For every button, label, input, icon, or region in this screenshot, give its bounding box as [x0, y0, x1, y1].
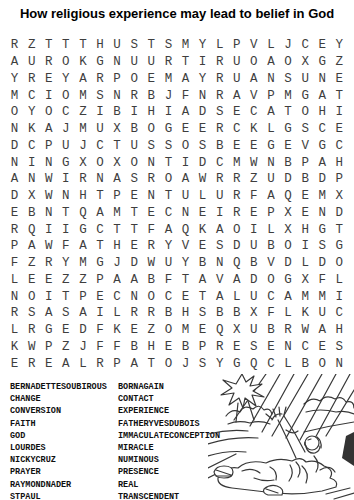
grid-cell-r16c7[interactable]: C: [109, 288, 126, 305]
grid-cell-r8c18[interactable]: P: [297, 154, 314, 171]
grid-cell-r7c16[interactable]: G: [262, 138, 279, 155]
grid-cell-r20c12[interactable]: S: [194, 355, 211, 372]
grid-cell-r18c2[interactable]: R: [23, 322, 40, 339]
grid-cell-r1c17[interactable]: J: [280, 37, 297, 54]
grid-cell-r1c7[interactable]: U: [109, 37, 126, 54]
grid-cell-r10c16[interactable]: A: [262, 188, 279, 205]
grid-cell-r2c9[interactable]: U: [143, 54, 160, 71]
grid-cell-r9c3[interactable]: W: [40, 171, 57, 188]
grid-cell-r9c14[interactable]: R: [228, 171, 245, 188]
grid-cell-r5c15[interactable]: C: [245, 104, 262, 121]
grid-cell-r10c7[interactable]: P: [109, 188, 126, 205]
grid-cell-r4c12[interactable]: N: [194, 87, 211, 104]
grid-cell-r13c20[interactable]: G: [331, 238, 348, 255]
grid-cell-r17c15[interactable]: X: [245, 305, 262, 322]
grid-cell-r3c1[interactable]: Y: [6, 71, 23, 88]
grid-cell-r15c17[interactable]: G: [280, 272, 297, 289]
grid-cell-r4c8[interactable]: R: [126, 87, 143, 104]
grid-cell-r18c5[interactable]: D: [74, 322, 91, 339]
grid-cell-r6c7[interactable]: X: [109, 121, 126, 138]
grid-cell-r14c3[interactable]: R: [40, 255, 57, 272]
grid-cell-r6c6[interactable]: U: [91, 121, 108, 138]
grid-cell-r19c10[interactable]: E: [160, 339, 177, 356]
grid-cell-r20c6[interactable]: R: [91, 355, 108, 372]
grid-cell-r12c12[interactable]: K: [194, 221, 211, 238]
grid-cell-r10c2[interactable]: X: [23, 188, 40, 205]
grid-cell-r3c10[interactable]: M: [160, 71, 177, 88]
grid-cell-r16c20[interactable]: I: [331, 288, 348, 305]
grid-cell-r20c15[interactable]: Q: [245, 355, 262, 372]
grid-cell-r17c17[interactable]: L: [280, 305, 297, 322]
grid-cell-r9c6[interactable]: N: [91, 171, 108, 188]
grid-cell-r7c19[interactable]: G: [314, 138, 331, 155]
grid-cell-r12c18[interactable]: H: [297, 221, 314, 238]
grid-cell-r10c6[interactable]: T: [91, 188, 108, 205]
grid-cell-r6c9[interactable]: O: [143, 121, 160, 138]
grid-cell-r2c13[interactable]: R: [211, 54, 228, 71]
grid-cell-r20c1[interactable]: E: [6, 355, 23, 372]
grid-cell-r1c9[interactable]: T: [143, 37, 160, 54]
grid-cell-r19c20[interactable]: S: [331, 339, 348, 356]
grid-cell-r15c11[interactable]: T: [177, 272, 194, 289]
grid-cell-r7c18[interactable]: V: [297, 138, 314, 155]
grid-cell-r9c11[interactable]: A: [177, 171, 194, 188]
grid-cell-r13c3[interactable]: W: [40, 238, 57, 255]
grid-cell-r17c19[interactable]: U: [314, 305, 331, 322]
grid-cell-r19c15[interactable]: S: [245, 339, 262, 356]
grid-cell-r1c3[interactable]: T: [40, 37, 57, 54]
grid-cell-r20c13[interactable]: Y: [211, 355, 228, 372]
grid-cell-r4c2[interactable]: C: [23, 87, 40, 104]
grid-cell-r12c19[interactable]: G: [314, 221, 331, 238]
grid-cell-r13c16[interactable]: B: [262, 238, 279, 255]
grid-cell-r9c9[interactable]: R: [143, 171, 160, 188]
grid-cell-r18c7[interactable]: K: [109, 322, 126, 339]
grid-cell-r3c20[interactable]: E: [331, 71, 348, 88]
grid-cell-r5c7[interactable]: B: [109, 104, 126, 121]
grid-cell-r6c19[interactable]: C: [314, 121, 331, 138]
grid-cell-r9c20[interactable]: P: [331, 171, 348, 188]
grid-cell-r7c7[interactable]: T: [109, 138, 126, 155]
grid-cell-r3c15[interactable]: A: [245, 71, 262, 88]
grid-cell-r18c15[interactable]: U: [245, 322, 262, 339]
grid-cell-r16c15[interactable]: U: [245, 288, 262, 305]
grid-cell-r15c1[interactable]: L: [6, 272, 23, 289]
grid-cell-r10c18[interactable]: E: [297, 188, 314, 205]
grid-cell-r5c4[interactable]: C: [57, 104, 74, 121]
grid-cell-r18c20[interactable]: H: [331, 322, 348, 339]
grid-cell-r9c8[interactable]: S: [126, 171, 143, 188]
grid-cell-r2c4[interactable]: O: [57, 54, 74, 71]
grid-cell-r19c2[interactable]: W: [23, 339, 40, 356]
grid-cell-r17c5[interactable]: A: [74, 305, 91, 322]
grid-cell-r2c17[interactable]: O: [280, 54, 297, 71]
grid-cell-r12c14[interactable]: O: [228, 221, 245, 238]
grid-cell-r8c16[interactable]: N: [262, 154, 279, 171]
grid-cell-r2c15[interactable]: O: [245, 54, 262, 71]
grid-cell-r19c8[interactable]: B: [126, 339, 143, 356]
grid-cell-r14c12[interactable]: B: [194, 255, 211, 272]
grid-cell-r3c9[interactable]: E: [143, 71, 160, 88]
grid-cell-r8c15[interactable]: W: [245, 154, 262, 171]
grid-cell-r12c5[interactable]: G: [74, 221, 91, 238]
grid-cell-r14c15[interactable]: B: [245, 255, 262, 272]
grid-cell-r1c5[interactable]: T: [74, 37, 91, 54]
grid-cell-r6c8[interactable]: B: [126, 121, 143, 138]
grid-cell-r14c4[interactable]: Y: [57, 255, 74, 272]
grid-cell-r13c14[interactable]: D: [228, 238, 245, 255]
grid-cell-r13c12[interactable]: E: [194, 238, 211, 255]
grid-cell-r5c6[interactable]: I: [91, 104, 108, 121]
grid-cell-r19c7[interactable]: F: [109, 339, 126, 356]
grid-cell-r14c8[interactable]: D: [126, 255, 143, 272]
grid-cell-r4c14[interactable]: A: [228, 87, 245, 104]
grid-cell-r6c18[interactable]: S: [297, 121, 314, 138]
grid-cell-r3c19[interactable]: N: [314, 71, 331, 88]
grid-cell-r19c4[interactable]: Z: [57, 339, 74, 356]
grid-cell-r5c12[interactable]: D: [194, 104, 211, 121]
grid-cell-r8c4[interactable]: G: [57, 154, 74, 171]
grid-cell-r20c16[interactable]: C: [262, 355, 279, 372]
grid-cell-r6c11[interactable]: E: [177, 121, 194, 138]
grid-cell-r5c19[interactable]: H: [314, 104, 331, 121]
grid-cell-r12c11[interactable]: Q: [177, 221, 194, 238]
grid-cell-r9c10[interactable]: O: [160, 171, 177, 188]
grid-cell-r19c13[interactable]: R: [211, 339, 228, 356]
grid-cell-r17c18[interactable]: K: [297, 305, 314, 322]
grid-cell-r15c5[interactable]: Z: [74, 272, 91, 289]
grid-cell-r5c10[interactable]: I: [160, 104, 177, 121]
grid-cell-r6c15[interactable]: K: [245, 121, 262, 138]
grid-cell-r15c15[interactable]: D: [245, 272, 262, 289]
grid-cell-r8c7[interactable]: X: [109, 154, 126, 171]
grid-cell-r2c8[interactable]: U: [126, 54, 143, 71]
grid-cell-r18c19[interactable]: A: [314, 322, 331, 339]
grid-cell-r13c18[interactable]: I: [297, 238, 314, 255]
grid-cell-r16c3[interactable]: I: [40, 288, 57, 305]
grid-cell-r2c7[interactable]: N: [109, 54, 126, 71]
grid-cell-r16c10[interactable]: C: [160, 288, 177, 305]
grid-cell-r12c1[interactable]: R: [6, 221, 23, 238]
grid-cell-r10c15[interactable]: F: [245, 188, 262, 205]
grid-cell-r14c1[interactable]: F: [6, 255, 23, 272]
grid-cell-r4c7[interactable]: N: [109, 87, 126, 104]
grid-cell-r15c4[interactable]: Z: [57, 272, 74, 289]
grid-cell-r14c5[interactable]: M: [74, 255, 91, 272]
grid-cell-r5c8[interactable]: I: [126, 104, 143, 121]
grid-cell-r3c13[interactable]: R: [211, 71, 228, 88]
grid-cell-r4c4[interactable]: O: [57, 87, 74, 104]
grid-cell-r5c11[interactable]: A: [177, 104, 194, 121]
grid-cell-r20c11[interactable]: J: [177, 355, 194, 372]
grid-cell-r2c10[interactable]: R: [160, 54, 177, 71]
grid-cell-r6c17[interactable]: G: [280, 121, 297, 138]
grid-cell-r11c9[interactable]: E: [143, 205, 160, 222]
grid-cell-r4c5[interactable]: M: [74, 87, 91, 104]
grid-cell-r20c14[interactable]: G: [228, 355, 245, 372]
grid-cell-r20c2[interactable]: R: [23, 355, 40, 372]
grid-cell-r14c16[interactable]: V: [262, 255, 279, 272]
grid-cell-r4c20[interactable]: T: [331, 87, 348, 104]
grid-cell-r10c9[interactable]: N: [143, 188, 160, 205]
grid-cell-r9c18[interactable]: B: [297, 171, 314, 188]
grid-cell-r3c4[interactable]: Y: [57, 71, 74, 88]
grid-cell-r9c15[interactable]: Z: [245, 171, 262, 188]
grid-cell-r13c11[interactable]: V: [177, 238, 194, 255]
grid-cell-r1c16[interactable]: L: [262, 37, 279, 54]
grid-cell-r19c19[interactable]: E: [314, 339, 331, 356]
grid-cell-r8c9[interactable]: N: [143, 154, 160, 171]
grid-cell-r6c13[interactable]: R: [211, 121, 228, 138]
grid-cell-r11c13[interactable]: I: [211, 205, 228, 222]
grid-cell-r11c11[interactable]: N: [177, 205, 194, 222]
grid-cell-r11c16[interactable]: P: [262, 205, 279, 222]
grid-cell-r11c17[interactable]: X: [280, 205, 297, 222]
grid-cell-r11c2[interactable]: B: [23, 205, 40, 222]
grid-cell-r17c11[interactable]: H: [177, 305, 194, 322]
grid-cell-r19c18[interactable]: C: [297, 339, 314, 356]
grid-cell-r15c13[interactable]: V: [211, 272, 228, 289]
grid-cell-r9c16[interactable]: U: [262, 171, 279, 188]
grid-cell-r12c4[interactable]: I: [57, 221, 74, 238]
grid-cell-r5c9[interactable]: H: [143, 104, 160, 121]
grid-cell-r11c20[interactable]: D: [331, 205, 348, 222]
grid-cell-r11c5[interactable]: Q: [74, 205, 91, 222]
grid-cell-r5c18[interactable]: O: [297, 104, 314, 121]
grid-cell-r2c18[interactable]: X: [297, 54, 314, 71]
grid-cell-r3c7[interactable]: P: [109, 71, 126, 88]
grid-cell-r3c3[interactable]: E: [40, 71, 57, 88]
grid-cell-r1c12[interactable]: Y: [194, 37, 211, 54]
grid-cell-r18c18[interactable]: W: [297, 322, 314, 339]
grid-cell-r16c2[interactable]: O: [23, 288, 40, 305]
grid-cell-r9c1[interactable]: A: [6, 171, 23, 188]
grid-cell-r12c7[interactable]: T: [109, 221, 126, 238]
grid-cell-r7c12[interactable]: S: [194, 138, 211, 155]
grid-cell-r3c11[interactable]: A: [177, 71, 194, 88]
grid-cell-r6c2[interactable]: K: [23, 121, 40, 138]
grid-cell-r1c8[interactable]: S: [126, 37, 143, 54]
grid-cell-r12c16[interactable]: L: [262, 221, 279, 238]
grid-cell-r6c3[interactable]: A: [40, 121, 57, 138]
grid-cell-r13c15[interactable]: U: [245, 238, 262, 255]
grid-cell-r9c12[interactable]: W: [194, 171, 211, 188]
grid-cell-r16c18[interactable]: M: [297, 288, 314, 305]
grid-cell-r17c2[interactable]: S: [23, 305, 40, 322]
grid-cell-r9c7[interactable]: A: [109, 171, 126, 188]
grid-cell-r5c17[interactable]: T: [280, 104, 297, 121]
grid-cell-r12c9[interactable]: F: [143, 221, 160, 238]
grid-cell-r3c8[interactable]: O: [126, 71, 143, 88]
grid-cell-r17c14[interactable]: B: [228, 305, 245, 322]
grid-cell-r7c5[interactable]: J: [74, 138, 91, 155]
grid-cell-r13c9[interactable]: R: [143, 238, 160, 255]
grid-cell-r7c13[interactable]: B: [211, 138, 228, 155]
grid-cell-r7c6[interactable]: C: [91, 138, 108, 155]
grid-cell-r18c6[interactable]: F: [91, 322, 108, 339]
grid-cell-r1c15[interactable]: V: [245, 37, 262, 54]
grid-cell-r20c3[interactable]: E: [40, 355, 57, 372]
grid-cell-r6c10[interactable]: G: [160, 121, 177, 138]
grid-cell-r10c8[interactable]: E: [126, 188, 143, 205]
grid-cell-r14c20[interactable]: O: [331, 255, 348, 272]
grid-cell-r17c6[interactable]: I: [91, 305, 108, 322]
grid-cell-r7c4[interactable]: U: [57, 138, 74, 155]
grid-cell-r20c18[interactable]: B: [297, 355, 314, 372]
grid-cell-r13c5[interactable]: A: [74, 238, 91, 255]
grid-cell-r8c13[interactable]: C: [211, 154, 228, 171]
grid-cell-r11c4[interactable]: T: [57, 205, 74, 222]
grid-cell-r12c8[interactable]: T: [126, 221, 143, 238]
grid-cell-r18c17[interactable]: R: [280, 322, 297, 339]
grid-cell-r11c18[interactable]: E: [297, 205, 314, 222]
grid-cell-r7c2[interactable]: C: [23, 138, 40, 155]
grid-cell-r4c13[interactable]: R: [211, 87, 228, 104]
grid-cell-r3c14[interactable]: U: [228, 71, 245, 88]
grid-cell-r16c5[interactable]: P: [74, 288, 91, 305]
grid-cell-r13c2[interactable]: A: [23, 238, 40, 255]
grid-cell-r15c10[interactable]: F: [160, 272, 177, 289]
grid-cell-r3c16[interactable]: N: [262, 71, 279, 88]
grid-cell-r19c5[interactable]: J: [74, 339, 91, 356]
grid-cell-r15c20[interactable]: L: [331, 272, 348, 289]
grid-cell-r12c2[interactable]: Q: [23, 221, 40, 238]
grid-cell-r5c2[interactable]: Y: [23, 104, 40, 121]
grid-cell-r11c12[interactable]: E: [194, 205, 211, 222]
grid-cell-r1c20[interactable]: Y: [331, 37, 348, 54]
grid-cell-r4c16[interactable]: P: [262, 87, 279, 104]
grid-cell-r2c19[interactable]: G: [314, 54, 331, 71]
grid-cell-r16c4[interactable]: T: [57, 288, 74, 305]
grid-cell-r19c1[interactable]: K: [6, 339, 23, 356]
grid-cell-r8c12[interactable]: D: [194, 154, 211, 171]
grid-cell-r3c12[interactable]: Y: [194, 71, 211, 88]
grid-cell-r13c13[interactable]: S: [211, 238, 228, 255]
grid-cell-r15c19[interactable]: F: [314, 272, 331, 289]
grid-cell-r3c2[interactable]: R: [23, 71, 40, 88]
grid-cell-r10c13[interactable]: U: [211, 188, 228, 205]
grid-cell-r5c14[interactable]: E: [228, 104, 245, 121]
grid-cell-r20c17[interactable]: L: [280, 355, 297, 372]
grid-cell-r6c16[interactable]: L: [262, 121, 279, 138]
grid-cell-r12c6[interactable]: C: [91, 221, 108, 238]
grid-cell-r2c14[interactable]: U: [228, 54, 245, 71]
grid-cell-r18c13[interactable]: Q: [211, 322, 228, 339]
grid-cell-r8c2[interactable]: I: [23, 154, 40, 171]
grid-cell-r17c4[interactable]: S: [57, 305, 74, 322]
grid-cell-r12c15[interactable]: I: [245, 221, 262, 238]
grid-cell-r5c5[interactable]: Z: [74, 104, 91, 121]
grid-cell-r8c20[interactable]: H: [331, 154, 348, 171]
grid-cell-r11c7[interactable]: M: [109, 205, 126, 222]
grid-cell-r12c3[interactable]: I: [40, 221, 57, 238]
grid-cell-r19c3[interactable]: P: [40, 339, 57, 356]
grid-cell-r3c18[interactable]: U: [297, 71, 314, 88]
grid-cell-r13c6[interactable]: T: [91, 238, 108, 255]
grid-cell-r14c9[interactable]: W: [143, 255, 160, 272]
grid-cell-r20c4[interactable]: A: [57, 355, 74, 372]
grid-cell-r4c18[interactable]: G: [297, 87, 314, 104]
grid-cell-r15c3[interactable]: E: [40, 272, 57, 289]
grid-cell-r5c13[interactable]: S: [211, 104, 228, 121]
grid-cell-r19c17[interactable]: N: [280, 339, 297, 356]
grid-cell-r20c20[interactable]: N: [331, 355, 348, 372]
grid-cell-r13c8[interactable]: E: [126, 238, 143, 255]
grid-cell-r7c3[interactable]: P: [40, 138, 57, 155]
grid-cell-r6c4[interactable]: J: [57, 121, 74, 138]
grid-cell-r20c7[interactable]: P: [109, 355, 126, 372]
grid-cell-r18c3[interactable]: G: [40, 322, 57, 339]
grid-cell-r18c10[interactable]: O: [160, 322, 177, 339]
grid-cell-r11c8[interactable]: T: [126, 205, 143, 222]
grid-cell-r2c1[interactable]: A: [6, 54, 23, 71]
grid-cell-r16c19[interactable]: M: [314, 288, 331, 305]
grid-cell-r15c7[interactable]: A: [109, 272, 126, 289]
grid-cell-r17c13[interactable]: B: [211, 305, 228, 322]
grid-cell-r18c14[interactable]: X: [228, 322, 245, 339]
grid-cell-r11c1[interactable]: E: [6, 205, 23, 222]
grid-cell-r7c20[interactable]: C: [331, 138, 348, 155]
grid-cell-r14c7[interactable]: J: [109, 255, 126, 272]
grid-cell-r18c9[interactable]: Z: [143, 322, 160, 339]
grid-cell-r1c11[interactable]: M: [177, 37, 194, 54]
grid-cell-r2c2[interactable]: U: [23, 54, 40, 71]
grid-cell-r15c2[interactable]: E: [23, 272, 40, 289]
grid-cell-r2c11[interactable]: T: [177, 54, 194, 71]
grid-cell-r17c10[interactable]: B: [160, 305, 177, 322]
grid-cell-r8c14[interactable]: M: [228, 154, 245, 171]
grid-cell-r19c16[interactable]: E: [262, 339, 279, 356]
grid-cell-r15c6[interactable]: P: [91, 272, 108, 289]
grid-cell-r12c10[interactable]: A: [160, 221, 177, 238]
grid-cell-r16c9[interactable]: O: [143, 288, 160, 305]
grid-cell-r18c16[interactable]: B: [262, 322, 279, 339]
grid-cell-r4c15[interactable]: V: [245, 87, 262, 104]
grid-cell-r1c18[interactable]: C: [297, 37, 314, 54]
grid-cell-r15c12[interactable]: A: [194, 272, 211, 289]
grid-cell-r17c8[interactable]: R: [126, 305, 143, 322]
grid-cell-r16c13[interactable]: A: [211, 288, 228, 305]
grid-cell-r13c10[interactable]: Y: [160, 238, 177, 255]
grid-cell-r3c17[interactable]: S: [280, 71, 297, 88]
grid-cell-r18c1[interactable]: L: [6, 322, 23, 339]
grid-cell-r17c20[interactable]: C: [331, 305, 348, 322]
grid-cell-r4c6[interactable]: S: [91, 87, 108, 104]
grid-cell-r1c2[interactable]: Z: [23, 37, 40, 54]
grid-cell-r6c1[interactable]: N: [6, 121, 23, 138]
grid-cell-r14c19[interactable]: D: [314, 255, 331, 272]
grid-cell-r12c13[interactable]: A: [211, 221, 228, 238]
grid-cell-r6c20[interactable]: E: [331, 121, 348, 138]
grid-cell-r2c20[interactable]: Z: [331, 54, 348, 71]
grid-cell-r9c13[interactable]: R: [211, 171, 228, 188]
grid-cell-r13c4[interactable]: F: [57, 238, 74, 255]
grid-cell-r7c9[interactable]: S: [143, 138, 160, 155]
grid-cell-r15c9[interactable]: B: [143, 272, 160, 289]
grid-cell-r8c19[interactable]: A: [314, 154, 331, 171]
grid-cell-r5c1[interactable]: O: [6, 104, 23, 121]
grid-cell-r4c1[interactable]: M: [6, 87, 23, 104]
grid-cell-r6c12[interactable]: E: [194, 121, 211, 138]
grid-cell-r11c6[interactable]: A: [91, 205, 108, 222]
grid-cell-r14c14[interactable]: Q: [228, 255, 245, 272]
grid-cell-r10c3[interactable]: W: [40, 188, 57, 205]
grid-cell-r5c16[interactable]: A: [262, 104, 279, 121]
grid-cell-r20c9[interactable]: T: [143, 355, 160, 372]
grid-cell-r19c12[interactable]: P: [194, 339, 211, 356]
grid-cell-r14c10[interactable]: U: [160, 255, 177, 272]
grid-cell-r7c17[interactable]: E: [280, 138, 297, 155]
